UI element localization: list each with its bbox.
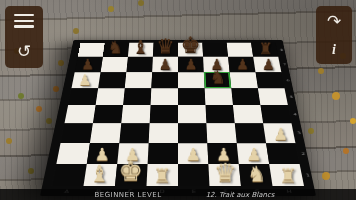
piece-white-pawn-h3[interactable]: ♟	[273, 126, 288, 143]
piece-black-knight-b8[interactable]: ♞	[108, 39, 124, 56]
square-d1[interactable]: ♜	[146, 164, 178, 186]
menu-icon[interactable]	[14, 14, 34, 28]
square-b5[interactable]	[96, 88, 125, 105]
square-a3[interactable]	[61, 123, 93, 142]
piece-black-king-e8[interactable]: ♚	[181, 34, 201, 56]
square-d3[interactable]	[149, 123, 178, 142]
rotate-board-icon[interactable]: ↺	[17, 43, 31, 60]
square-g1[interactable]: ♞	[239, 164, 273, 186]
square-b1[interactable]: ♝	[83, 164, 117, 186]
square-e5[interactable]	[178, 88, 205, 105]
square-e3[interactable]	[178, 123, 207, 142]
square-e1[interactable]	[178, 164, 210, 186]
piece-white-queen-f1[interactable]: ♛	[214, 160, 237, 186]
square-h1[interactable]: ♜	[269, 164, 304, 186]
square-c7[interactable]	[126, 57, 153, 72]
square-a1[interactable]	[52, 164, 87, 186]
rank-label-5: 5	[288, 88, 295, 105]
square-f1[interactable]: ♛	[208, 164, 241, 186]
piece-black-pawn-h7[interactable]: ♟	[262, 57, 275, 72]
square-h4[interactable]	[260, 105, 291, 123]
piece-white-pawn-e2[interactable]: ♟	[186, 146, 201, 163]
square-g5[interactable]	[231, 88, 260, 105]
level-label: BEGINNER LEVEL	[78, 191, 178, 199]
piece-black-queen-d8[interactable]: ♛	[156, 36, 174, 57]
rank-label-4: 4	[291, 105, 298, 123]
square-a6[interactable]: ♟	[72, 72, 101, 88]
square-f4[interactable]	[205, 105, 234, 123]
square-f3[interactable]	[206, 123, 236, 142]
square-b3[interactable]	[90, 123, 121, 142]
square-c4[interactable]	[121, 105, 150, 123]
square-a5[interactable]	[68, 88, 98, 105]
scattered-leaves-decor	[0, 0, 2, 2]
square-g3[interactable]	[235, 123, 266, 142]
piece-black-bishop-c8[interactable]: ♝	[132, 38, 148, 56]
piece-white-bishop-b1[interactable]: ♝	[89, 163, 109, 186]
piece-black-rook-h8[interactable]: ♜	[259, 41, 273, 57]
square-a2[interactable]	[56, 143, 90, 164]
square-f6[interactable]: ♞	[204, 72, 231, 88]
left-toolbar: ↺	[5, 6, 43, 68]
square-g7[interactable]: ♟	[228, 57, 255, 72]
square-c1[interactable]: ♚	[115, 164, 148, 186]
piece-black-knight-f6[interactable]: ♞	[210, 68, 226, 86]
square-c6[interactable]	[125, 72, 152, 88]
info-icon[interactable]: i	[332, 43, 336, 57]
rank-label-2: 2	[299, 143, 307, 164]
square-h5[interactable]	[258, 88, 288, 105]
chess-board[interactable]: ♞♝♛♚♜♟♟♟♟♟♟♟♞♟♟♟♟♟♟♝♚♜♛♞♜ ABCDEFGH 87654…	[40, 40, 316, 196]
square-h6[interactable]	[255, 72, 284, 88]
square-a7[interactable]: ♟	[75, 57, 103, 72]
square-a4[interactable]	[64, 105, 95, 123]
square-g4[interactable]	[233, 105, 263, 123]
square-d6[interactable]	[151, 72, 178, 88]
board-grid: ♞♝♛♚♜♟♟♟♟♟♟♟♞♟♟♟♟♟♟♝♚♜♛♞♜	[52, 43, 304, 186]
piece-black-pawn-e7[interactable]: ♟	[184, 57, 197, 72]
square-e4[interactable]	[178, 105, 206, 123]
square-c5[interactable]	[123, 88, 151, 105]
square-b7[interactable]	[101, 57, 128, 72]
square-h7[interactable]: ♟	[253, 57, 281, 72]
piece-white-pawn-g2[interactable]: ♟	[246, 146, 261, 163]
square-g6[interactable]	[230, 72, 258, 88]
right-toolbar: ↷ i	[316, 6, 352, 64]
piece-black-pawn-g7[interactable]: ♟	[236, 57, 249, 72]
square-g2[interactable]: ♟	[237, 143, 269, 164]
square-d4[interactable]	[150, 105, 178, 123]
piece-white-pawn-a6[interactable]: ♟	[78, 73, 92, 88]
piece-black-pawn-d7[interactable]: ♟	[159, 57, 172, 72]
square-d5[interactable]	[151, 88, 178, 105]
piece-black-pawn-a7[interactable]: ♟	[81, 57, 94, 72]
piece-white-rook-h1[interactable]: ♜	[279, 166, 297, 186]
square-d2[interactable]	[148, 143, 178, 164]
square-c3[interactable]	[119, 123, 149, 142]
square-e6[interactable]	[178, 72, 205, 88]
square-c8[interactable]: ♝	[128, 43, 154, 57]
square-h3[interactable]: ♟	[263, 123, 295, 142]
square-d7[interactable]: ♟	[152, 57, 178, 72]
undo-move-icon[interactable]: ↷	[327, 13, 341, 30]
piece-white-rook-d1[interactable]: ♜	[153, 166, 171, 186]
rank-label-3: 3	[295, 123, 303, 142]
status-bar: BEGINNER LEVEL 12. Trait aux Blancs	[0, 189, 356, 200]
piece-white-knight-g1[interactable]: ♞	[247, 164, 267, 186]
rank-label-7: 7	[282, 57, 288, 72]
square-b8[interactable]: ♞	[103, 43, 129, 57]
piece-white-king-c1[interactable]: ♚	[118, 158, 143, 186]
turn-indicator: 12. Trait aux Blancs	[188, 191, 292, 199]
square-b4[interactable]	[93, 105, 123, 123]
square-e2[interactable]: ♟	[178, 143, 208, 164]
square-h2[interactable]	[266, 143, 300, 164]
square-f5[interactable]	[205, 88, 233, 105]
app-window: ♞♝♛♚♜♟♟♟♟♟♟♟♞♟♟♟♟♟♟♝♚♜♛♞♜ ABCDEFGH 87654…	[0, 0, 356, 200]
rank-label-6: 6	[285, 72, 291, 88]
rank-label-1: 1	[304, 164, 312, 186]
rank-label-8: 8	[279, 43, 285, 57]
square-b6[interactable]	[98, 72, 126, 88]
square-e7[interactable]: ♟	[178, 57, 204, 72]
